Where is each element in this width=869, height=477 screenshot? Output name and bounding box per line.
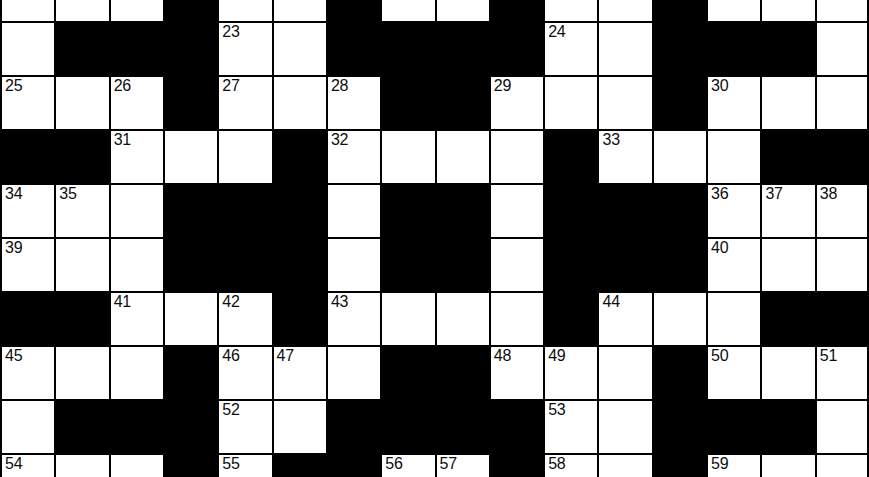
- cell-r8c3[interactable]: [109, 345, 163, 399]
- black-cell-r8c13: [652, 345, 706, 399]
- black-cell-r5c6: [272, 183, 326, 237]
- black-cell-r2c9: [435, 21, 489, 75]
- cell-r6c14[interactable]: 40: [706, 237, 760, 291]
- clue-number-43: 43: [331, 294, 348, 311]
- black-cell-r9c13: [652, 399, 706, 453]
- clue-number-51: 51: [820, 348, 837, 365]
- crossword-grid: 2324252627282930313233343536373839404142…: [0, 0, 869, 477]
- clue-number-54: 54: [5, 456, 22, 473]
- clue-number-56: 56: [385, 456, 402, 473]
- black-cell-r4c15: [760, 129, 814, 183]
- clue-number-42: 42: [222, 294, 239, 311]
- cell-r4c9[interactable]: [435, 129, 489, 183]
- cell-r5c7[interactable]: [326, 183, 380, 237]
- cell-r5c2[interactable]: 35: [54, 183, 108, 237]
- clue-number-40: 40: [711, 240, 728, 257]
- black-cell-r9c3: [109, 399, 163, 453]
- black-cell-r5c8: [380, 183, 434, 237]
- cell-r10c11[interactable]: 58: [543, 453, 597, 477]
- clue-number-38: 38: [820, 186, 837, 203]
- black-cell-r6c11: [543, 237, 597, 291]
- cell-r9c12[interactable]: [597, 399, 651, 453]
- cell-r10c1[interactable]: 54: [0, 453, 54, 477]
- black-cell-r1c7: [326, 0, 380, 21]
- clue-number-50: 50: [711, 348, 728, 365]
- clue-number-34: 34: [5, 186, 22, 203]
- cell-r7c4[interactable]: [163, 291, 217, 345]
- cell-r1c1[interactable]: [0, 0, 54, 21]
- black-cell-r2c4: [163, 21, 217, 75]
- black-cell-r5c9: [435, 183, 489, 237]
- cell-r3c7[interactable]: 28: [326, 75, 380, 129]
- cell-r7c9[interactable]: [435, 291, 489, 345]
- black-cell-r6c5: [217, 237, 271, 291]
- clue-number-36: 36: [711, 186, 728, 203]
- cell-r6c15[interactable]: [760, 237, 814, 291]
- clue-number-47: 47: [277, 348, 294, 365]
- cell-r3c15[interactable]: [760, 75, 814, 129]
- black-cell-r4c1: [0, 129, 54, 183]
- black-cell-r6c4: [163, 237, 217, 291]
- black-cell-r6c8: [380, 237, 434, 291]
- cell-r10c15[interactable]: [760, 453, 814, 477]
- clue-number-25: 25: [5, 78, 22, 95]
- black-cell-r6c13: [652, 237, 706, 291]
- clue-number-41: 41: [114, 294, 131, 311]
- cell-r6c10[interactable]: [489, 237, 543, 291]
- clue-number-46: 46: [222, 348, 239, 365]
- cell-r3c11[interactable]: [543, 75, 597, 129]
- black-cell-r9c9: [435, 399, 489, 453]
- clue-number-29: 29: [494, 78, 511, 95]
- cell-r8c16[interactable]: 51: [815, 345, 869, 399]
- cell-r3c1[interactable]: 25: [0, 75, 54, 129]
- black-cell-r9c8: [380, 399, 434, 453]
- cell-r5c1[interactable]: 34: [0, 183, 54, 237]
- cell-r5c3[interactable]: [109, 183, 163, 237]
- clue-number-55: 55: [222, 456, 239, 473]
- cell-r5c15[interactable]: 37: [760, 183, 814, 237]
- black-cell-r8c4: [163, 345, 217, 399]
- cell-r6c16[interactable]: [815, 237, 869, 291]
- black-cell-r10c6: [272, 453, 326, 477]
- cell-r3c2[interactable]: [54, 75, 108, 129]
- cell-r9c11[interactable]: 53: [543, 399, 597, 453]
- cell-r1c14[interactable]: [706, 0, 760, 21]
- clue-number-37: 37: [765, 186, 782, 203]
- black-cell-r5c5: [217, 183, 271, 237]
- cell-r4c12[interactable]: 33: [597, 129, 651, 183]
- cell-r8c15[interactable]: [760, 345, 814, 399]
- black-cell-r7c11: [543, 291, 597, 345]
- cell-r6c2[interactable]: [54, 237, 108, 291]
- cell-r9c16[interactable]: [815, 399, 869, 453]
- clue-number-24: 24: [548, 24, 565, 41]
- black-cell-r10c10: [489, 453, 543, 477]
- black-cell-r9c4: [163, 399, 217, 453]
- black-cell-r3c9: [435, 75, 489, 129]
- cell-r4c3[interactable]: 31: [109, 129, 163, 183]
- cell-r1c8[interactable]: [380, 0, 434, 21]
- cell-r10c16[interactable]: [815, 453, 869, 477]
- black-cell-r2c3: [109, 21, 163, 75]
- black-cell-r5c12: [597, 183, 651, 237]
- cell-r10c8[interactable]: 56: [380, 453, 434, 477]
- black-cell-r4c2: [54, 129, 108, 183]
- clue-number-32: 32: [331, 132, 348, 149]
- black-cell-r1c13: [652, 0, 706, 21]
- clue-number-31: 31: [114, 132, 131, 149]
- cell-r4c4[interactable]: [163, 129, 217, 183]
- cell-r7c12[interactable]: 44: [597, 291, 651, 345]
- black-cell-r10c4: [163, 453, 217, 477]
- cell-r10c9[interactable]: 57: [435, 453, 489, 477]
- cell-r4c10[interactable]: [489, 129, 543, 183]
- cell-r10c14[interactable]: 59: [706, 453, 760, 477]
- cell-r1c9[interactable]: [435, 0, 489, 21]
- black-cell-r6c9: [435, 237, 489, 291]
- black-cell-r2c2: [54, 21, 108, 75]
- clue-number-59: 59: [711, 456, 728, 473]
- cell-r8c7[interactable]: [326, 345, 380, 399]
- black-cell-r10c13: [652, 453, 706, 477]
- cell-r1c6[interactable]: [272, 0, 326, 21]
- clue-number-48: 48: [494, 348, 511, 365]
- cell-r7c8[interactable]: [380, 291, 434, 345]
- cell-r3c3[interactable]: 26: [109, 75, 163, 129]
- cell-r2c1[interactable]: [0, 21, 54, 75]
- black-cell-r10c7: [326, 453, 380, 477]
- black-cell-r2c8: [380, 21, 434, 75]
- clue-number-58: 58: [548, 456, 565, 473]
- black-cell-r9c15: [760, 399, 814, 453]
- cell-r5c14[interactable]: 36: [706, 183, 760, 237]
- black-cell-r1c4: [163, 0, 217, 21]
- cell-r3c6[interactable]: [272, 75, 326, 129]
- cell-r4c8[interactable]: [380, 129, 434, 183]
- cell-r6c1[interactable]: 39: [0, 237, 54, 291]
- cell-r8c6[interactable]: 47: [272, 345, 326, 399]
- cell-r2c12[interactable]: [597, 21, 651, 75]
- clue-number-44: 44: [602, 294, 619, 311]
- cell-r1c12[interactable]: [597, 0, 651, 21]
- clue-number-30: 30: [711, 78, 728, 95]
- cell-r5c10[interactable]: [489, 183, 543, 237]
- cell-r4c13[interactable]: [652, 129, 706, 183]
- cell-r8c12[interactable]: [597, 345, 651, 399]
- cell-r7c13[interactable]: [652, 291, 706, 345]
- cell-r7c5[interactable]: 42: [217, 291, 271, 345]
- cell-r3c16[interactable]: [815, 75, 869, 129]
- cell-r6c7[interactable]: [326, 237, 380, 291]
- black-cell-r3c4: [163, 75, 217, 129]
- cell-r10c3[interactable]: [109, 453, 163, 477]
- black-cell-r1c10: [489, 0, 543, 21]
- black-cell-r3c13: [652, 75, 706, 129]
- black-cell-r9c14: [706, 399, 760, 453]
- cell-r8c14[interactable]: 50: [706, 345, 760, 399]
- black-cell-r7c6: [272, 291, 326, 345]
- black-cell-r9c2: [54, 399, 108, 453]
- cell-r1c3[interactable]: [109, 0, 163, 21]
- black-cell-r2c15: [760, 21, 814, 75]
- cell-r8c11[interactable]: 49: [543, 345, 597, 399]
- cell-r2c5[interactable]: 23: [217, 21, 271, 75]
- cell-r4c5[interactable]: [217, 129, 271, 183]
- cell-r10c5[interactable]: 55: [217, 453, 271, 477]
- cell-r8c2[interactable]: [54, 345, 108, 399]
- clue-number-57: 57: [440, 456, 457, 473]
- cell-r4c7[interactable]: 32: [326, 129, 380, 183]
- clue-number-52: 52: [222, 402, 239, 419]
- cell-r7c10[interactable]: [489, 291, 543, 345]
- black-cell-r7c2: [54, 291, 108, 345]
- clue-number-35: 35: [59, 186, 76, 203]
- black-cell-r4c11: [543, 129, 597, 183]
- black-cell-r7c15: [760, 291, 814, 345]
- cell-r4c14[interactable]: [706, 129, 760, 183]
- clue-number-53: 53: [548, 402, 565, 419]
- clue-number-26: 26: [114, 78, 131, 95]
- clue-number-28: 28: [331, 78, 348, 95]
- cell-r1c11[interactable]: [543, 0, 597, 21]
- black-cell-r4c6: [272, 129, 326, 183]
- black-cell-r5c4: [163, 183, 217, 237]
- black-cell-r3c8: [380, 75, 434, 129]
- black-cell-r5c13: [652, 183, 706, 237]
- black-cell-r7c1: [0, 291, 54, 345]
- cell-r3c5[interactable]: 27: [217, 75, 271, 129]
- cell-r5c16[interactable]: 38: [815, 183, 869, 237]
- cell-r9c1[interactable]: [0, 399, 54, 453]
- cell-r1c15[interactable]: [760, 0, 814, 21]
- clue-number-45: 45: [5, 348, 22, 365]
- black-cell-r2c13: [652, 21, 706, 75]
- black-cell-r6c12: [597, 237, 651, 291]
- clue-number-23: 23: [222, 24, 239, 41]
- cell-r2c11[interactable]: 24: [543, 21, 597, 75]
- cell-r3c14[interactable]: 30: [706, 75, 760, 129]
- clue-number-49: 49: [548, 348, 565, 365]
- cell-r1c2[interactable]: [54, 0, 108, 21]
- cell-r1c5[interactable]: [217, 0, 271, 21]
- black-cell-r7c16: [815, 291, 869, 345]
- black-cell-r2c10: [489, 21, 543, 75]
- black-cell-r8c8: [380, 345, 434, 399]
- cell-r6c3[interactable]: [109, 237, 163, 291]
- cell-r8c10[interactable]: 48: [489, 345, 543, 399]
- black-cell-r5c11: [543, 183, 597, 237]
- clue-number-39: 39: [5, 240, 22, 257]
- black-cell-r8c9: [435, 345, 489, 399]
- cell-r2c16[interactable]: [815, 21, 869, 75]
- cell-r7c7[interactable]: 43: [326, 291, 380, 345]
- clue-number-33: 33: [602, 132, 619, 149]
- cell-r2c6[interactable]: [272, 21, 326, 75]
- cell-r8c1[interactable]: 45: [0, 345, 54, 399]
- cell-r10c2[interactable]: [54, 453, 108, 477]
- black-cell-r2c7: [326, 21, 380, 75]
- black-cell-r2c14: [706, 21, 760, 75]
- cell-r9c5[interactable]: 52: [217, 399, 271, 453]
- black-cell-r9c10: [489, 399, 543, 453]
- black-cell-r6c6: [272, 237, 326, 291]
- clue-number-27: 27: [222, 78, 239, 95]
- cell-r3c12[interactable]: [597, 75, 651, 129]
- cell-r8c5[interactable]: 46: [217, 345, 271, 399]
- cell-r7c14[interactable]: [706, 291, 760, 345]
- cell-r1c16[interactable]: [815, 0, 869, 21]
- cell-r3c10[interactable]: 29: [489, 75, 543, 129]
- cell-r7c3[interactable]: 41: [109, 291, 163, 345]
- black-cell-r4c16: [815, 129, 869, 183]
- cell-r10c12[interactable]: [597, 453, 651, 477]
- black-cell-r9c7: [326, 399, 380, 453]
- cell-r9c6[interactable]: [272, 399, 326, 453]
